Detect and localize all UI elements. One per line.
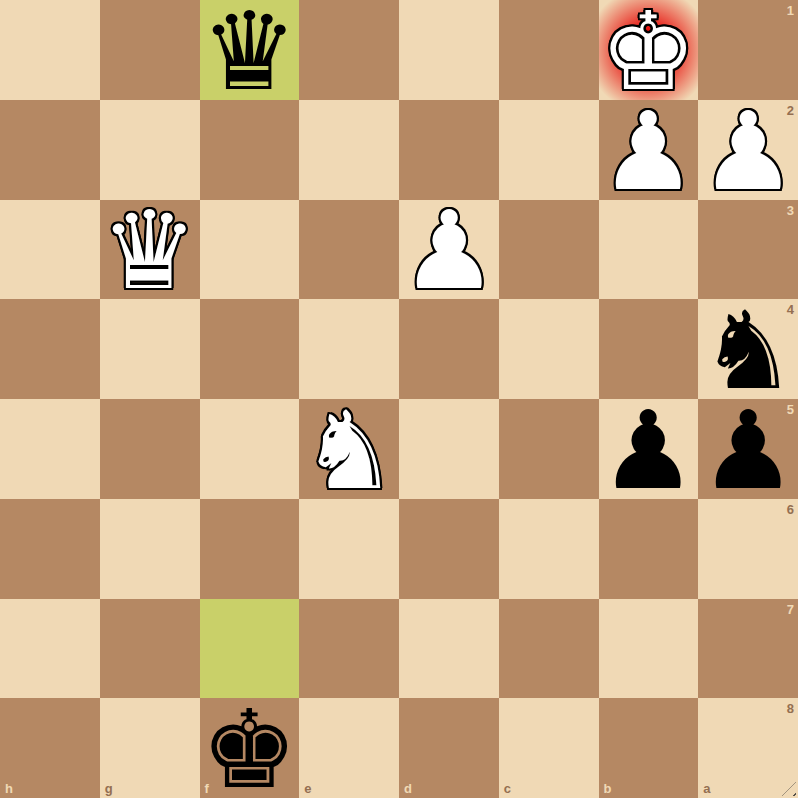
- rank-label-3: 3: [787, 204, 794, 217]
- file-label-f: f: [205, 782, 209, 795]
- rank-label-5: 5: [787, 403, 794, 416]
- white-pawn[interactable]: ♟: [400, 198, 497, 306]
- square-c4[interactable]: [499, 299, 599, 399]
- file-label-a: a: [703, 782, 710, 795]
- black-pawn[interactable]: ♟: [600, 397, 697, 505]
- square-a2[interactable]: ♟2: [698, 100, 798, 200]
- file-label-d: d: [404, 782, 412, 795]
- square-d8[interactable]: d: [399, 698, 499, 798]
- square-f8[interactable]: ♚f: [200, 698, 300, 798]
- square-c7[interactable]: [499, 599, 599, 699]
- file-label-g: g: [105, 782, 113, 795]
- square-d4[interactable]: [399, 299, 499, 399]
- square-e1[interactable]: [299, 0, 399, 100]
- black-queen[interactable]: ♛: [201, 0, 298, 106]
- square-h8[interactable]: h: [0, 698, 100, 798]
- white-queen[interactable]: ♛: [101, 198, 198, 306]
- square-b2[interactable]: ♟: [599, 100, 699, 200]
- square-c1[interactable]: [499, 0, 599, 100]
- square-c3[interactable]: [499, 200, 599, 300]
- square-f3[interactable]: [200, 200, 300, 300]
- square-b8[interactable]: b: [599, 698, 699, 798]
- square-b1[interactable]: ♚: [599, 0, 699, 100]
- white-knight[interactable]: ♞: [301, 397, 398, 505]
- square-d7[interactable]: [399, 599, 499, 699]
- square-c2[interactable]: [499, 100, 599, 200]
- square-d1[interactable]: [399, 0, 499, 100]
- white-pawn[interactable]: ♟: [600, 98, 697, 206]
- square-h3[interactable]: [0, 200, 100, 300]
- square-f7[interactable]: [200, 599, 300, 699]
- square-g4[interactable]: [100, 299, 200, 399]
- square-g6[interactable]: [100, 499, 200, 599]
- square-g7[interactable]: [100, 599, 200, 699]
- square-a4[interactable]: ♞4: [698, 299, 798, 399]
- white-pawn[interactable]: ♟: [700, 98, 797, 206]
- square-d6[interactable]: [399, 499, 499, 599]
- square-b4[interactable]: [599, 299, 699, 399]
- square-h6[interactable]: [0, 499, 100, 599]
- file-label-e: e: [304, 782, 311, 795]
- square-a6[interactable]: 6: [698, 499, 798, 599]
- square-d3[interactable]: ♟: [399, 200, 499, 300]
- square-f1[interactable]: ♛: [200, 0, 300, 100]
- square-h4[interactable]: [0, 299, 100, 399]
- square-a7[interactable]: 7: [698, 599, 798, 699]
- black-pawn[interactable]: ♟: [700, 397, 797, 505]
- square-h2[interactable]: [0, 100, 100, 200]
- square-g8[interactable]: g: [100, 698, 200, 798]
- square-a1[interactable]: 1: [698, 0, 798, 100]
- square-f4[interactable]: [200, 299, 300, 399]
- file-label-h: h: [5, 782, 13, 795]
- square-b5[interactable]: ♟: [599, 399, 699, 499]
- square-e8[interactable]: e: [299, 698, 399, 798]
- square-a3[interactable]: 3: [698, 200, 798, 300]
- square-d2[interactable]: [399, 100, 499, 200]
- square-c5[interactable]: [499, 399, 599, 499]
- square-e4[interactable]: [299, 299, 399, 399]
- square-f2[interactable]: [200, 100, 300, 200]
- file-label-c: c: [504, 782, 511, 795]
- rank-label-4: 4: [787, 303, 794, 316]
- rank-label-8: 8: [787, 702, 794, 715]
- square-a8[interactable]: 8a: [698, 698, 798, 798]
- square-f5[interactable]: [200, 399, 300, 499]
- black-king[interactable]: ♚: [201, 696, 298, 798]
- square-e2[interactable]: [299, 100, 399, 200]
- square-e5[interactable]: ♞: [299, 399, 399, 499]
- file-label-b: b: [604, 782, 612, 795]
- square-h5[interactable]: [0, 399, 100, 499]
- square-b3[interactable]: [599, 200, 699, 300]
- square-g5[interactable]: [100, 399, 200, 499]
- rank-label-6: 6: [787, 503, 794, 516]
- square-g2[interactable]: [100, 100, 200, 200]
- square-e3[interactable]: [299, 200, 399, 300]
- square-b6[interactable]: [599, 499, 699, 599]
- square-a5[interactable]: ♟5: [698, 399, 798, 499]
- square-e7[interactable]: [299, 599, 399, 699]
- rank-label-2: 2: [787, 104, 794, 117]
- chess-board: ♛♚1♟♟2♛♟3♞4♞♟♟567hg♚fedcb8a: [0, 0, 798, 798]
- square-h7[interactable]: [0, 599, 100, 699]
- square-e6[interactable]: [299, 499, 399, 599]
- rank-label-1: 1: [787, 4, 794, 17]
- square-c6[interactable]: [499, 499, 599, 599]
- square-h1[interactable]: [0, 0, 100, 100]
- square-d5[interactable]: [399, 399, 499, 499]
- square-g1[interactable]: [100, 0, 200, 100]
- rank-label-7: 7: [787, 603, 794, 616]
- square-c8[interactable]: c: [499, 698, 599, 798]
- square-b7[interactable]: [599, 599, 699, 699]
- square-g3[interactable]: ♛: [100, 200, 200, 300]
- square-f6[interactable]: [200, 499, 300, 599]
